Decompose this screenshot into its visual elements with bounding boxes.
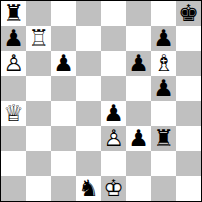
square-f3[interactable]: ♟ bbox=[126, 126, 151, 151]
square-g7[interactable]: ♟ bbox=[151, 26, 176, 51]
square-c7[interactable] bbox=[51, 26, 76, 51]
black-rook-glyph: ♜ bbox=[151, 126, 176, 151]
white-bishop-glyph: ♗ bbox=[151, 51, 176, 76]
black-pawn-piece: ♟ bbox=[126, 51, 151, 76]
square-h5[interactable] bbox=[176, 76, 201, 101]
white-pawn-piece: ♟♙ bbox=[1, 51, 26, 76]
white-pawn-glyph: ♙ bbox=[101, 126, 126, 151]
square-e7[interactable] bbox=[101, 26, 126, 51]
square-e2[interactable] bbox=[101, 151, 126, 176]
square-e1[interactable]: ♚♔ bbox=[101, 176, 126, 201]
black-knight-glyph: ♞ bbox=[76, 176, 101, 201]
square-f4[interactable] bbox=[126, 101, 151, 126]
chessboard: ♜♚♟♜♖♟♟♙♟♟♝♗♟♛♕♟♟♙♟♜♞♚♔ bbox=[0, 0, 202, 202]
black-rook-glyph: ♜ bbox=[1, 1, 26, 26]
square-d6[interactable] bbox=[76, 51, 101, 76]
white-rook-piece: ♜♖ bbox=[26, 26, 51, 51]
black-pawn-piece: ♟ bbox=[101, 101, 126, 126]
square-b4[interactable] bbox=[26, 101, 51, 126]
square-d4[interactable] bbox=[76, 101, 101, 126]
square-c3[interactable] bbox=[51, 126, 76, 151]
black-pawn-glyph: ♟ bbox=[126, 126, 151, 151]
black-king-glyph: ♚ bbox=[176, 1, 201, 26]
black-pawn-piece: ♟ bbox=[126, 126, 151, 151]
square-a1[interactable] bbox=[1, 176, 26, 201]
square-a4[interactable]: ♛♕ bbox=[1, 101, 26, 126]
square-h6[interactable] bbox=[176, 51, 201, 76]
square-d5[interactable] bbox=[76, 76, 101, 101]
square-f6[interactable]: ♟ bbox=[126, 51, 151, 76]
square-e8[interactable] bbox=[101, 1, 126, 26]
square-f2[interactable] bbox=[126, 151, 151, 176]
square-a7[interactable]: ♟ bbox=[1, 26, 26, 51]
square-g8[interactable] bbox=[151, 1, 176, 26]
white-king-glyph: ♔ bbox=[101, 176, 126, 201]
white-pawn-piece: ♟♙ bbox=[101, 126, 126, 151]
square-h3[interactable] bbox=[176, 126, 201, 151]
square-b8[interactable] bbox=[26, 1, 51, 26]
square-e3[interactable]: ♟♙ bbox=[101, 126, 126, 151]
black-pawn-piece: ♟ bbox=[51, 51, 76, 76]
white-king-piece: ♚♔ bbox=[101, 176, 126, 201]
black-pawn-piece: ♟ bbox=[151, 26, 176, 51]
black-pawn-glyph: ♟ bbox=[1, 26, 26, 51]
square-b6[interactable] bbox=[26, 51, 51, 76]
square-h2[interactable] bbox=[176, 151, 201, 176]
black-pawn-piece: ♟ bbox=[1, 26, 26, 51]
square-g2[interactable] bbox=[151, 151, 176, 176]
black-knight-piece: ♞ bbox=[76, 176, 101, 201]
square-g6[interactable]: ♝♗ bbox=[151, 51, 176, 76]
white-bishop-piece: ♝♗ bbox=[151, 51, 176, 76]
square-f5[interactable] bbox=[126, 76, 151, 101]
black-rook-piece: ♜ bbox=[151, 126, 176, 151]
black-pawn-glyph: ♟ bbox=[126, 51, 151, 76]
white-rook-glyph: ♖ bbox=[26, 26, 51, 51]
square-b2[interactable] bbox=[26, 151, 51, 176]
square-d8[interactable] bbox=[76, 1, 101, 26]
square-g3[interactable]: ♜ bbox=[151, 126, 176, 151]
white-pawn-glyph: ♙ bbox=[1, 51, 26, 76]
black-king-piece: ♚ bbox=[176, 1, 201, 26]
square-h7[interactable] bbox=[176, 26, 201, 51]
square-e4[interactable]: ♟ bbox=[101, 101, 126, 126]
square-e6[interactable] bbox=[101, 51, 126, 76]
black-pawn-piece: ♟ bbox=[151, 76, 176, 101]
square-a5[interactable] bbox=[1, 76, 26, 101]
square-b3[interactable] bbox=[26, 126, 51, 151]
square-b1[interactable] bbox=[26, 176, 51, 201]
black-pawn-glyph: ♟ bbox=[151, 26, 176, 51]
square-a2[interactable] bbox=[1, 151, 26, 176]
square-c8[interactable] bbox=[51, 1, 76, 26]
square-a3[interactable] bbox=[1, 126, 26, 151]
square-g4[interactable] bbox=[151, 101, 176, 126]
square-f8[interactable] bbox=[126, 1, 151, 26]
square-c6[interactable]: ♟ bbox=[51, 51, 76, 76]
square-a6[interactable]: ♟♙ bbox=[1, 51, 26, 76]
square-g5[interactable]: ♟ bbox=[151, 76, 176, 101]
square-g1[interactable] bbox=[151, 176, 176, 201]
square-c1[interactable] bbox=[51, 176, 76, 201]
square-b5[interactable] bbox=[26, 76, 51, 101]
square-f7[interactable] bbox=[126, 26, 151, 51]
white-queen-piece: ♛♕ bbox=[1, 101, 26, 126]
square-a8[interactable]: ♜ bbox=[1, 1, 26, 26]
square-d2[interactable] bbox=[76, 151, 101, 176]
square-c2[interactable] bbox=[51, 151, 76, 176]
square-h1[interactable] bbox=[176, 176, 201, 201]
white-queen-glyph: ♕ bbox=[1, 101, 26, 126]
black-pawn-glyph: ♟ bbox=[151, 76, 176, 101]
square-c5[interactable] bbox=[51, 76, 76, 101]
square-h8[interactable]: ♚ bbox=[176, 1, 201, 26]
black-pawn-glyph: ♟ bbox=[51, 51, 76, 76]
square-d7[interactable] bbox=[76, 26, 101, 51]
square-d3[interactable] bbox=[76, 126, 101, 151]
square-e5[interactable] bbox=[101, 76, 126, 101]
square-d1[interactable]: ♞ bbox=[76, 176, 101, 201]
square-f1[interactable] bbox=[126, 176, 151, 201]
square-h4[interactable] bbox=[176, 101, 201, 126]
black-pawn-glyph: ♟ bbox=[101, 101, 126, 126]
black-rook-piece: ♜ bbox=[1, 1, 26, 26]
square-b7[interactable]: ♜♖ bbox=[26, 26, 51, 51]
square-c4[interactable] bbox=[51, 101, 76, 126]
